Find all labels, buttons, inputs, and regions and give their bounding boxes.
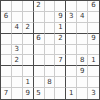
cell-r7c5[interactable] [45,66,56,77]
sudoku-board: 2669344216293278191879513 [0,0,100,100]
cell-r5c7[interactable] [66,45,77,56]
cell-r9c7[interactable]: 1 [66,88,77,99]
cell-r5c1[interactable] [1,45,12,56]
cell-r3c4[interactable] [34,23,45,34]
cell-r3c2[interactable]: 4 [12,23,23,34]
cell-r7c2[interactable] [12,66,23,77]
cell-r6c5[interactable] [45,55,56,66]
cell-r1c3[interactable] [23,1,34,12]
cell-r8c8[interactable] [77,77,88,88]
cell-r4c1[interactable] [1,34,12,45]
cell-r8c2[interactable] [12,77,23,88]
cell-r8c4[interactable] [34,77,45,88]
cell-r3c1[interactable] [1,23,12,34]
cell-r3c3[interactable]: 2 [23,23,34,34]
cell-r2c3[interactable] [23,12,34,23]
cell-r7c1[interactable] [1,66,12,77]
cell-r2c6[interactable]: 9 [55,12,66,23]
cell-r5c6[interactable] [55,45,66,56]
cell-r9c8[interactable] [77,88,88,99]
cell-r6c9[interactable]: 1 [88,55,99,66]
cell-r9c3[interactable]: 9 [23,88,34,99]
cell-r1c2[interactable] [12,1,23,12]
cell-r2c8[interactable]: 4 [77,12,88,23]
cell-r4c3[interactable] [23,34,34,45]
cell-r4c9[interactable]: 9 [88,34,99,45]
cell-r1c8[interactable] [77,1,88,12]
cell-r5c9[interactable] [88,45,99,56]
cell-r6c6[interactable]: 7 [55,55,66,66]
cell-r4c5[interactable] [45,34,56,45]
cell-r4c2[interactable] [12,34,23,45]
cell-r4c8[interactable] [77,34,88,45]
cell-r2c7[interactable]: 3 [66,12,77,23]
cell-r9c5[interactable] [45,88,56,99]
cell-r4c4[interactable]: 6 [34,34,45,45]
cell-r4c6[interactable]: 2 [55,34,66,45]
cell-r5c2[interactable]: 3 [12,45,23,56]
cell-r1c6[interactable] [55,1,66,12]
cell-r7c4[interactable] [34,66,45,77]
cell-r2c1[interactable]: 6 [1,12,12,23]
cell-r4c7[interactable] [66,34,77,45]
cell-r8c9[interactable] [88,77,99,88]
cell-r6c1[interactable] [1,55,12,66]
cell-r1c5[interactable] [45,1,56,12]
cell-r8c3[interactable]: 1 [23,77,34,88]
cell-r7c3[interactable] [23,66,34,77]
cell-r9c9[interactable]: 3 [88,88,99,99]
cell-r9c2[interactable] [12,88,23,99]
cell-r2c5[interactable] [45,12,56,23]
cell-r3c8[interactable] [77,23,88,34]
cell-r2c9[interactable] [88,12,99,23]
cell-r6c8[interactable]: 8 [77,55,88,66]
cell-r5c8[interactable] [77,45,88,56]
cell-r3c5[interactable] [45,23,56,34]
cell-r2c2[interactable] [12,12,23,23]
cell-r2c4[interactable] [34,12,45,23]
cell-r8c5[interactable]: 8 [45,77,56,88]
cell-r1c7[interactable] [66,1,77,12]
cell-r9c1[interactable]: 7 [1,88,12,99]
cell-r7c7[interactable] [66,66,77,77]
cell-r8c7[interactable] [66,77,77,88]
cell-r6c7[interactable] [66,55,77,66]
cell-r8c6[interactable] [55,77,66,88]
cell-r7c8[interactable]: 9 [77,66,88,77]
cell-r7c6[interactable] [55,66,66,77]
cell-r6c3[interactable] [23,55,34,66]
cell-r9c6[interactable] [55,88,66,99]
cell-r3c7[interactable] [66,23,77,34]
cell-r1c9[interactable]: 6 [88,1,99,12]
cell-r5c3[interactable] [23,45,34,56]
cell-r8c1[interactable] [1,77,12,88]
cell-r1c4[interactable]: 2 [34,1,45,12]
cell-r5c4[interactable] [34,45,45,56]
cell-r7c9[interactable] [88,66,99,77]
cell-r6c2[interactable]: 2 [12,55,23,66]
cell-r9c4[interactable]: 5 [34,88,45,99]
cell-r3c6[interactable]: 1 [55,23,66,34]
cell-r6c4[interactable] [34,55,45,66]
cell-r1c1[interactable] [1,1,12,12]
cell-r3c9[interactable] [88,23,99,34]
cell-r5c5[interactable] [45,45,56,56]
